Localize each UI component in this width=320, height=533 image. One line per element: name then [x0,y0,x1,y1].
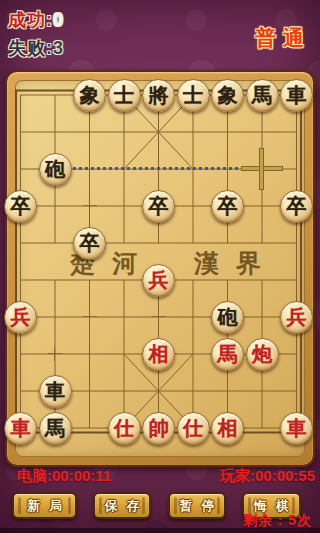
point-marker-c4 [83,310,97,324]
success-value: 0 [53,10,64,30]
piece-black-b8[interactable]: 砲 [39,153,72,186]
piece-black-g4[interactable]: 砲 [211,301,244,334]
computer-timer-value: 00:00:11 [52,467,111,484]
point-marker-b3 [48,347,62,361]
piece-black-g7[interactable]: 卒 [211,190,244,223]
piece-red-i4[interactable]: 兵 [280,301,313,334]
piece-red-f1[interactable]: 仕 [177,412,210,445]
piece-black-g10[interactable]: 象 [211,79,244,112]
piece-red-a4[interactable]: 兵 [4,301,37,334]
save-button-label: 保存 [96,497,149,515]
remaining-undo-counter: 剩余：5次 [243,512,312,530]
xiangqi-app: 成功:0 失败:3 普通 楚河 漢界 象士將士象馬車砲卒卒卒卒卒兵兵砲兵相馬炮車… [0,0,320,533]
river-label-right: 漢界 [194,247,278,280]
piece-red-e3[interactable]: 相 [142,338,175,371]
piece-red-e1[interactable]: 帥 [142,412,175,445]
remaining-value: 5次 [288,512,312,528]
piece-black-h10[interactable]: 馬 [246,79,279,112]
piece-red-a1[interactable]: 車 [4,412,37,445]
remaining-label: 剩余： [243,512,288,528]
piece-black-e7[interactable]: 卒 [142,190,175,223]
piece-black-c10[interactable]: 象 [73,79,106,112]
fail-label: 失败: [8,38,53,58]
piece-black-i10[interactable]: 車 [280,79,313,112]
point-marker-e4 [152,310,166,324]
pause-button-label: 暂停 [171,497,224,515]
new-game-button-label: 新局 [18,497,71,515]
difficulty-badge[interactable]: 普通 [255,24,311,52]
piece-red-e5[interactable]: 兵 [142,264,175,297]
last-move-trail [67,167,250,170]
save-button[interactable]: 保存 [93,492,151,519]
player-timer-value: 00:00:55 [255,467,315,484]
piece-black-b2[interactable]: 車 [39,375,72,408]
computer-timer-label: 电脑: [17,467,52,484]
point-marker-c7 [83,199,97,213]
piece-black-b1[interactable]: 馬 [39,412,72,445]
piece-red-h3[interactable]: 炮 [246,338,279,371]
new-game-button[interactable]: 新局 [12,492,77,519]
piece-red-g3[interactable]: 馬 [211,338,244,371]
piece-black-d10[interactable]: 士 [108,79,141,112]
success-counter: 成功:0 [8,8,64,32]
fail-value: 3 [53,38,64,58]
piece-black-i7[interactable]: 卒 [280,190,313,223]
fail-counter: 失败:3 [8,36,64,60]
computer-timer: 电脑:00:00:11 [17,467,111,486]
piece-red-d1[interactable]: 仕 [108,412,141,445]
piece-black-a7[interactable]: 卒 [4,190,37,223]
piece-red-g1[interactable]: 相 [211,412,244,445]
pause-button[interactable]: 暂停 [168,492,226,519]
player-timer: 玩家:00:00:55 [220,467,315,486]
last-move-origin-marker [241,148,283,190]
piece-black-f10[interactable]: 士 [177,79,210,112]
piece-black-e10[interactable]: 將 [142,79,175,112]
success-label: 成功: [8,10,53,30]
piece-red-i1[interactable]: 車 [280,412,313,445]
player-timer-label: 玩家: [220,467,255,484]
piece-black-c6[interactable]: 卒 [73,227,106,260]
